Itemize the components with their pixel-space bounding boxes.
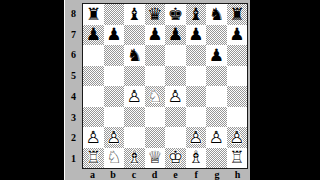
- square-e3[interactable]: [165, 107, 186, 128]
- white-knight-glyph: ♘: [147, 88, 162, 105]
- square-g4[interactable]: [206, 86, 227, 107]
- white-queen-glyph: ♕: [147, 149, 162, 166]
- square-c2[interactable]: [124, 127, 145, 148]
- rank-label-7: 7: [65, 24, 82, 45]
- square-h8[interactable]: ♜: [227, 4, 248, 25]
- black-rook-glyph: ♜: [86, 6, 101, 23]
- square-b1[interactable]: ♞♘: [104, 148, 125, 169]
- black-pawn-glyph: ♟: [209, 47, 224, 64]
- square-b3[interactable]: [104, 107, 125, 128]
- square-f1[interactable]: ♝♗: [186, 148, 207, 169]
- black-pawn-glyph: ♟: [168, 26, 183, 43]
- white-king-e1: ♚♔: [165, 148, 186, 169]
- rank-label-6: 6: [65, 45, 82, 66]
- file-label-f: f: [186, 169, 207, 180]
- square-c6[interactable]: ♞: [124, 45, 145, 66]
- square-e1[interactable]: ♚♔: [165, 148, 186, 169]
- black-bishop-glyph: ♝: [188, 6, 203, 23]
- black-pawn-glyph: ♟: [86, 26, 101, 43]
- black-knight-g8: ♞: [206, 4, 227, 25]
- square-d3[interactable]: [145, 107, 166, 128]
- black-knight-glyph: ♞: [127, 47, 142, 64]
- square-h7[interactable]: ♟: [227, 25, 248, 46]
- white-knight-glyph: ♘: [106, 149, 121, 166]
- black-bishop-c8: ♝: [124, 4, 145, 25]
- white-bishop-f1: ♝♗: [186, 148, 207, 169]
- square-d1[interactable]: ♛♕: [145, 148, 166, 169]
- square-c3[interactable]: [124, 107, 145, 128]
- white-pawn-f2: ♟♙: [186, 127, 207, 148]
- white-pawn-glyph: ♙: [229, 129, 244, 146]
- white-pawn-a2: ♟♙: [83, 127, 104, 148]
- square-e5[interactable]: [165, 66, 186, 87]
- square-d2[interactable]: [145, 127, 166, 148]
- black-pawn-g6: ♟: [206, 45, 227, 66]
- white-pawn-b2: ♟♙: [104, 127, 125, 148]
- square-c7[interactable]: [124, 25, 145, 46]
- file-label-g: g: [207, 169, 228, 180]
- square-f7[interactable]: ♟: [186, 25, 207, 46]
- chess-board[interactable]: ♜♝♛♚♝♞♜♟♟♟♟♟♟♞♟♟♙♞♘♟♙♟♙♟♙♟♙♟♙♟♙♜♖♞♘♝♗♛♕♚…: [82, 3, 248, 169]
- square-e7[interactable]: ♟: [165, 25, 186, 46]
- black-pawn-e7: ♟: [165, 25, 186, 46]
- black-pawn-glyph: ♟: [147, 26, 162, 43]
- black-pawn-f7: ♟: [186, 25, 207, 46]
- square-a5[interactable]: [83, 66, 104, 87]
- square-f2[interactable]: ♟♙: [186, 127, 207, 148]
- square-a1[interactable]: ♜♖: [83, 148, 104, 169]
- black-pawn-glyph: ♟: [188, 26, 203, 43]
- file-label-e: e: [165, 169, 186, 180]
- rank-labels: 87654321: [65, 3, 82, 169]
- square-a2[interactable]: ♟♙: [83, 127, 104, 148]
- square-d6[interactable]: [145, 45, 166, 66]
- black-king-e8: ♚: [165, 4, 186, 25]
- square-h3[interactable]: [227, 107, 248, 128]
- square-g6[interactable]: ♟: [206, 45, 227, 66]
- square-g3[interactable]: [206, 107, 227, 128]
- white-pawn-glyph: ♙: [86, 129, 101, 146]
- rank-label-2: 2: [65, 128, 82, 149]
- white-pawn-glyph: ♙: [188, 129, 203, 146]
- square-g7[interactable]: [206, 25, 227, 46]
- black-rook-h8: ♜: [227, 4, 248, 25]
- square-f8[interactable]: ♝: [186, 4, 207, 25]
- square-g8[interactable]: ♞: [206, 4, 227, 25]
- square-c4[interactable]: ♟♙: [124, 86, 145, 107]
- square-d4[interactable]: ♞♘: [145, 86, 166, 107]
- file-label-b: b: [103, 169, 124, 180]
- rank-label-8: 8: [65, 3, 82, 24]
- square-a8[interactable]: ♜: [83, 4, 104, 25]
- square-c8[interactable]: ♝: [124, 4, 145, 25]
- white-knight-b1: ♞♘: [104, 148, 125, 169]
- square-h2[interactable]: ♟♙: [227, 127, 248, 148]
- white-pawn-h2: ♟♙: [227, 127, 248, 148]
- square-g1[interactable]: [206, 148, 227, 169]
- square-e8[interactable]: ♚: [165, 4, 186, 25]
- rank-label-4: 4: [65, 86, 82, 107]
- file-label-d: d: [144, 169, 165, 180]
- rank-label-3: 3: [65, 107, 82, 128]
- white-pawn-e4: ♟♙: [165, 86, 186, 107]
- black-queen-d8: ♛: [145, 4, 166, 25]
- square-h6[interactable]: [227, 45, 248, 66]
- rank-label-1: 1: [65, 148, 82, 169]
- square-g2[interactable]: ♟♙: [206, 127, 227, 148]
- square-b4[interactable]: [104, 86, 125, 107]
- square-f6[interactable]: [186, 45, 207, 66]
- board-frame: 87654321 ♜♝♛♚♝♞♜♟♟♟♟♟♟♞♟♟♙♞♘♟♙♟♙♟♙♟♙♟♙♟♙…: [64, 0, 250, 180]
- white-rook-glyph: ♖: [229, 149, 244, 166]
- black-pawn-a7: ♟: [83, 25, 104, 46]
- white-queen-d1: ♛♕: [145, 148, 166, 169]
- white-knight-d4: ♞♘: [145, 86, 166, 107]
- white-rook-glyph: ♖: [86, 149, 101, 166]
- black-pawn-glyph: ♟: [106, 26, 121, 43]
- square-a7[interactable]: ♟: [83, 25, 104, 46]
- square-f3[interactable]: [186, 107, 207, 128]
- white-pawn-c4: ♟♙: [124, 86, 145, 107]
- square-c1[interactable]: ♝♗: [124, 148, 145, 169]
- square-d5[interactable]: [145, 66, 166, 87]
- white-pawn-glyph: ♙: [209, 129, 224, 146]
- square-b7[interactable]: ♟: [104, 25, 125, 46]
- white-bishop-glyph: ♗: [188, 149, 203, 166]
- white-pawn-g2: ♟♙: [206, 127, 227, 148]
- square-e2[interactable]: [165, 127, 186, 148]
- square-f5[interactable]: [186, 66, 207, 87]
- black-pawn-glyph: ♟: [229, 26, 244, 43]
- square-d8[interactable]: ♛: [145, 4, 166, 25]
- square-c5[interactable]: [124, 66, 145, 87]
- black-bishop-f8: ♝: [186, 4, 207, 25]
- letterbox-stage: 87654321 ♜♝♛♚♝♞♜♟♟♟♟♟♟♞♟♟♙♞♘♟♙♟♙♟♙♟♙♟♙♟♙…: [0, 0, 320, 180]
- white-pawn-glyph: ♙: [106, 129, 121, 146]
- square-e6[interactable]: [165, 45, 186, 66]
- square-f4[interactable]: [186, 86, 207, 107]
- square-h4[interactable]: [227, 86, 248, 107]
- square-h5[interactable]: [227, 66, 248, 87]
- black-rook-glyph: ♜: [229, 6, 244, 23]
- black-rook-a8: ♜: [83, 4, 104, 25]
- white-rook-h1: ♜♖: [227, 148, 248, 169]
- black-queen-glyph: ♛: [147, 6, 162, 23]
- square-a4[interactable]: [83, 86, 104, 107]
- square-e4[interactable]: ♟♙: [165, 86, 186, 107]
- square-b6[interactable]: [104, 45, 125, 66]
- square-a6[interactable]: [83, 45, 104, 66]
- white-bishop-glyph: ♗: [127, 149, 142, 166]
- white-rook-a1: ♜♖: [83, 148, 104, 169]
- black-pawn-d7: ♟: [145, 25, 166, 46]
- black-bishop-glyph: ♝: [127, 6, 142, 23]
- rank-label-5: 5: [65, 65, 82, 86]
- black-knight-c6: ♞: [124, 45, 145, 66]
- black-knight-glyph: ♞: [209, 6, 224, 23]
- white-king-glyph: ♔: [168, 149, 183, 166]
- black-king-glyph: ♚: [168, 6, 183, 23]
- square-b2[interactable]: ♟♙: [104, 127, 125, 148]
- file-label-a: a: [82, 169, 103, 180]
- file-label-h: h: [227, 169, 248, 180]
- white-pawn-glyph: ♙: [127, 88, 142, 105]
- white-pawn-glyph: ♙: [168, 88, 183, 105]
- file-labels: abcdefgh: [82, 169, 248, 180]
- file-label-c: c: [124, 169, 145, 180]
- black-pawn-h7: ♟: [227, 25, 248, 46]
- black-pawn-b7: ♟: [104, 25, 125, 46]
- white-bishop-c1: ♝♗: [124, 148, 145, 169]
- square-a3[interactable]: [83, 107, 104, 128]
- square-b5[interactable]: [104, 66, 125, 87]
- square-h1[interactable]: ♜♖: [227, 148, 248, 169]
- square-b8[interactable]: [104, 4, 125, 25]
- square-g5[interactable]: [206, 66, 227, 87]
- square-d7[interactable]: ♟: [145, 25, 166, 46]
